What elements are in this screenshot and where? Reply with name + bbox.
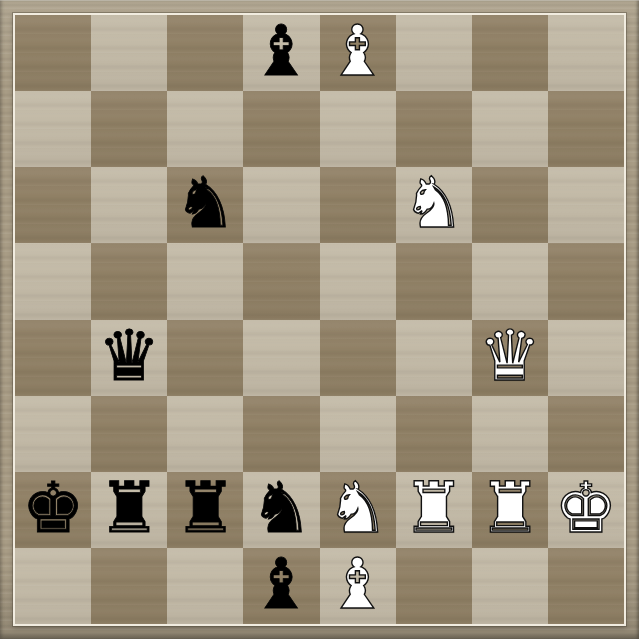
square-e4[interactable] bbox=[320, 320, 396, 396]
square-d1[interactable]: ♝ bbox=[243, 548, 319, 624]
black-bishop[interactable]: ♝ bbox=[250, 16, 313, 86]
square-f3[interactable] bbox=[396, 396, 472, 472]
square-c5[interactable] bbox=[167, 243, 243, 319]
square-e2[interactable]: ♞ bbox=[320, 472, 396, 548]
white-knight[interactable]: ♞ bbox=[402, 168, 465, 238]
white-king[interactable]: ♚ bbox=[555, 473, 618, 543]
square-g6[interactable] bbox=[472, 167, 548, 243]
board-inner-border: ♝♝♞♞♛♛♚♜♜♞♞♜♜♚♝♝ bbox=[13, 13, 626, 626]
square-e3[interactable] bbox=[320, 396, 396, 472]
square-b8[interactable] bbox=[91, 15, 167, 91]
square-b5[interactable] bbox=[91, 243, 167, 319]
square-a2[interactable]: ♚ bbox=[15, 472, 91, 548]
square-g2[interactable]: ♜ bbox=[472, 472, 548, 548]
white-rook[interactable]: ♜ bbox=[402, 473, 465, 543]
square-d7[interactable] bbox=[243, 91, 319, 167]
square-h5[interactable] bbox=[548, 243, 624, 319]
square-c6[interactable]: ♞ bbox=[167, 167, 243, 243]
square-a4[interactable] bbox=[15, 320, 91, 396]
square-a6[interactable] bbox=[15, 167, 91, 243]
chess-board: ♝♝♞♞♛♛♚♜♜♞♞♜♜♚♝♝ bbox=[15, 15, 624, 624]
square-b3[interactable] bbox=[91, 396, 167, 472]
black-queen[interactable]: ♛ bbox=[98, 321, 161, 391]
square-a1[interactable] bbox=[15, 548, 91, 624]
square-c7[interactable] bbox=[167, 91, 243, 167]
square-d4[interactable] bbox=[243, 320, 319, 396]
square-g8[interactable] bbox=[472, 15, 548, 91]
square-b2[interactable]: ♜ bbox=[91, 472, 167, 548]
square-a3[interactable] bbox=[15, 396, 91, 472]
square-h1[interactable] bbox=[548, 548, 624, 624]
square-h7[interactable] bbox=[548, 91, 624, 167]
square-g1[interactable] bbox=[472, 548, 548, 624]
black-rook[interactable]: ♜ bbox=[98, 473, 161, 543]
square-h3[interactable] bbox=[548, 396, 624, 472]
square-b4[interactable]: ♛ bbox=[91, 320, 167, 396]
square-a8[interactable] bbox=[15, 15, 91, 91]
square-e8[interactable]: ♝ bbox=[320, 15, 396, 91]
square-c1[interactable] bbox=[167, 548, 243, 624]
square-d3[interactable] bbox=[243, 396, 319, 472]
square-f2[interactable]: ♜ bbox=[396, 472, 472, 548]
black-king[interactable]: ♚ bbox=[22, 473, 85, 543]
square-c8[interactable] bbox=[167, 15, 243, 91]
white-rook[interactable]: ♜ bbox=[478, 473, 541, 543]
square-b6[interactable] bbox=[91, 167, 167, 243]
square-f7[interactable] bbox=[396, 91, 472, 167]
square-d2[interactable]: ♞ bbox=[243, 472, 319, 548]
black-knight[interactable]: ♞ bbox=[174, 168, 237, 238]
white-queen[interactable]: ♛ bbox=[478, 321, 541, 391]
square-h6[interactable] bbox=[548, 167, 624, 243]
square-f5[interactable] bbox=[396, 243, 472, 319]
square-e6[interactable] bbox=[320, 167, 396, 243]
square-c3[interactable] bbox=[167, 396, 243, 472]
black-bishop[interactable]: ♝ bbox=[250, 549, 313, 619]
square-d6[interactable] bbox=[243, 167, 319, 243]
square-e5[interactable] bbox=[320, 243, 396, 319]
square-h8[interactable] bbox=[548, 15, 624, 91]
square-b7[interactable] bbox=[91, 91, 167, 167]
square-d8[interactable]: ♝ bbox=[243, 15, 319, 91]
square-e7[interactable] bbox=[320, 91, 396, 167]
square-c4[interactable] bbox=[167, 320, 243, 396]
white-bishop[interactable]: ♝ bbox=[326, 549, 389, 619]
square-g4[interactable]: ♛ bbox=[472, 320, 548, 396]
square-a7[interactable] bbox=[15, 91, 91, 167]
square-f4[interactable] bbox=[396, 320, 472, 396]
square-h4[interactable] bbox=[548, 320, 624, 396]
square-g7[interactable] bbox=[472, 91, 548, 167]
square-f1[interactable] bbox=[396, 548, 472, 624]
square-f8[interactable] bbox=[396, 15, 472, 91]
chess-app: ♝♝♞♞♛♛♚♜♜♞♞♜♜♚♝♝ bbox=[0, 0, 639, 639]
square-g5[interactable] bbox=[472, 243, 548, 319]
square-b1[interactable] bbox=[91, 548, 167, 624]
black-knight[interactable]: ♞ bbox=[250, 473, 313, 543]
white-knight[interactable]: ♞ bbox=[326, 473, 389, 543]
black-rook[interactable]: ♜ bbox=[174, 473, 237, 543]
square-a5[interactable] bbox=[15, 243, 91, 319]
square-e1[interactable]: ♝ bbox=[320, 548, 396, 624]
square-f6[interactable]: ♞ bbox=[396, 167, 472, 243]
square-d5[interactable] bbox=[243, 243, 319, 319]
square-c2[interactable]: ♜ bbox=[167, 472, 243, 548]
square-g3[interactable] bbox=[472, 396, 548, 472]
white-bishop[interactable]: ♝ bbox=[326, 16, 389, 86]
square-h2[interactable]: ♚ bbox=[548, 472, 624, 548]
